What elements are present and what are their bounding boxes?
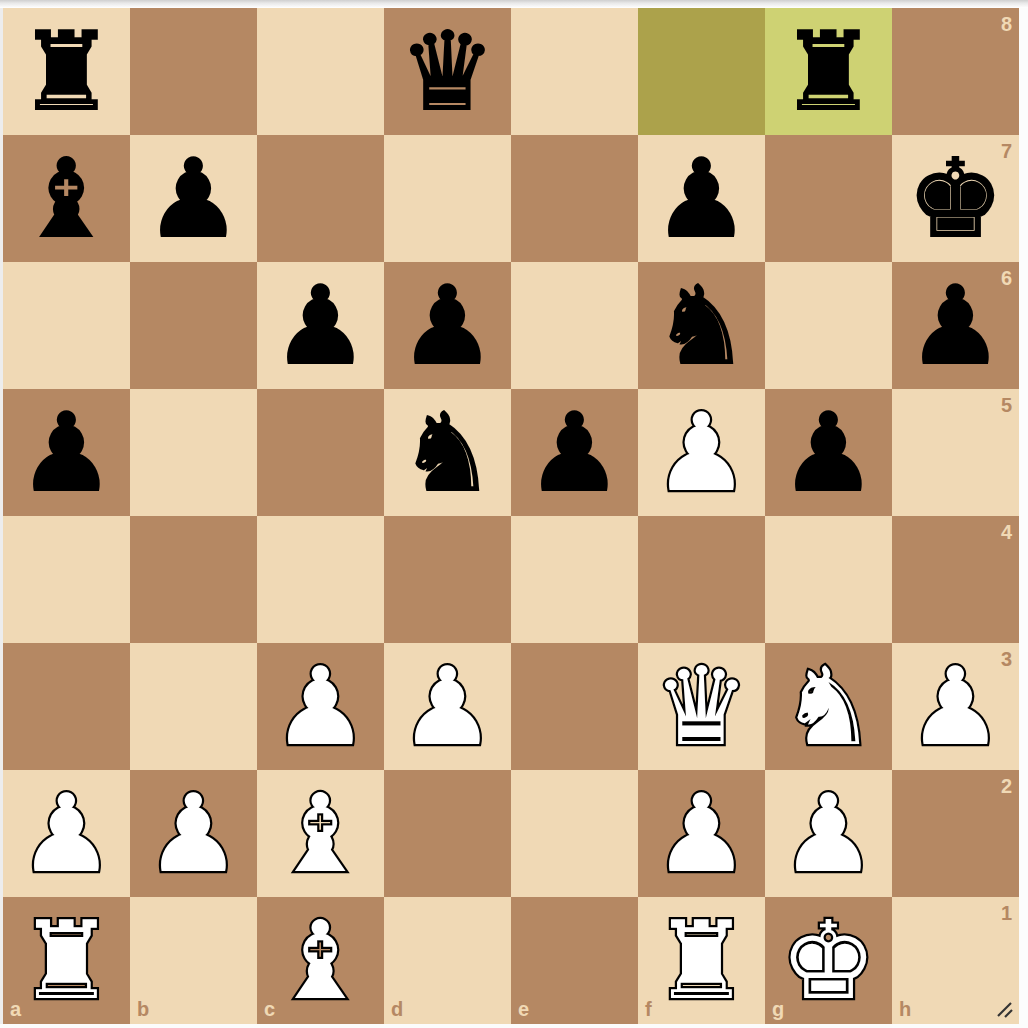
black-pawn[interactable]: ♟ (3, 389, 130, 516)
square-f4[interactable] (638, 516, 765, 643)
page-top-edge-strip (0, 0, 1028, 8)
square-e4[interactable] (511, 516, 638, 643)
square-a8[interactable]: ♜ (3, 8, 130, 135)
square-g3[interactable]: ♞ (765, 643, 892, 770)
square-b8[interactable] (130, 8, 257, 135)
rank-label-8: 8 (1001, 14, 1012, 34)
square-a4[interactable] (3, 516, 130, 643)
black-knight[interactable]: ♞ (638, 262, 765, 389)
square-f7[interactable]: ♟ (638, 135, 765, 262)
square-d1[interactable]: d (384, 897, 511, 1024)
square-c3[interactable]: ♟ (257, 643, 384, 770)
square-h6[interactable]: ♟6 (892, 262, 1019, 389)
square-h5[interactable]: 5 (892, 389, 1019, 516)
square-g5[interactable]: ♟ (765, 389, 892, 516)
square-h8[interactable]: 8 (892, 8, 1019, 135)
rank-label-5: 5 (1001, 395, 1012, 415)
square-h7[interactable]: ♚7 (892, 135, 1019, 262)
square-e7[interactable] (511, 135, 638, 262)
file-label-d: d (391, 999, 403, 1019)
rank-label-1: 1 (1001, 903, 1012, 923)
black-king[interactable]: ♚ (892, 135, 1019, 262)
square-b7[interactable]: ♟ (130, 135, 257, 262)
white-bishop[interactable]: ♝ (257, 897, 384, 1024)
square-e8[interactable] (511, 8, 638, 135)
square-b6[interactable] (130, 262, 257, 389)
square-a5[interactable]: ♟ (3, 389, 130, 516)
square-h1[interactable]: 1h (892, 897, 1019, 1024)
square-c7[interactable] (257, 135, 384, 262)
square-e2[interactable] (511, 770, 638, 897)
square-e5[interactable]: ♟ (511, 389, 638, 516)
rank-label-2: 2 (1001, 776, 1012, 796)
square-f5[interactable]: ♟ (638, 389, 765, 516)
black-pawn[interactable]: ♟ (892, 262, 1019, 389)
square-d5[interactable]: ♞ (384, 389, 511, 516)
square-e1[interactable]: e (511, 897, 638, 1024)
square-d7[interactable] (384, 135, 511, 262)
square-g8[interactable]: ♜ (765, 8, 892, 135)
black-knight[interactable]: ♞ (384, 389, 511, 516)
square-b4[interactable] (130, 516, 257, 643)
square-g4[interactable] (765, 516, 892, 643)
black-pawn[interactable]: ♟ (384, 262, 511, 389)
square-b2[interactable]: ♟ (130, 770, 257, 897)
square-h3[interactable]: ♟3 (892, 643, 1019, 770)
black-rook[interactable]: ♜ (3, 8, 130, 135)
black-bishop[interactable]: ♝ (3, 135, 130, 262)
square-a3[interactable] (3, 643, 130, 770)
square-b1[interactable]: b (130, 897, 257, 1024)
black-pawn[interactable]: ♟ (511, 389, 638, 516)
black-rook[interactable]: ♜ (765, 8, 892, 135)
square-d3[interactable]: ♟ (384, 643, 511, 770)
white-pawn[interactable]: ♟ (892, 643, 1019, 770)
file-label-b: b (137, 999, 149, 1019)
white-pawn[interactable]: ♟ (765, 770, 892, 897)
square-h2[interactable]: 2 (892, 770, 1019, 897)
square-f6[interactable]: ♞ (638, 262, 765, 389)
chess-board: ♜♛♜8♝♟♟♚7♟♟♞♟6♟♞♟♟♟54♟♟♛♞♟3♟♟♝♟♟2♜ab♝cde… (3, 8, 1019, 1024)
white-pawn[interactable]: ♟ (638, 770, 765, 897)
square-c4[interactable] (257, 516, 384, 643)
square-d4[interactable] (384, 516, 511, 643)
file-label-h: h (899, 999, 911, 1019)
file-label-e: e (518, 999, 529, 1019)
square-g1[interactable]: ♚g (765, 897, 892, 1024)
page: ♜♛♜8♝♟♟♚7♟♟♞♟6♟♞♟♟♟54♟♟♛♞♟3♟♟♝♟♟2♜ab♝cde… (0, 0, 1028, 1028)
square-g7[interactable] (765, 135, 892, 262)
square-c2[interactable]: ♝ (257, 770, 384, 897)
white-king[interactable]: ♚ (765, 897, 892, 1024)
square-a1[interactable]: ♜a (3, 897, 130, 1024)
white-pawn[interactable]: ♟ (3, 770, 130, 897)
square-f3[interactable]: ♛ (638, 643, 765, 770)
white-pawn[interactable]: ♟ (384, 643, 511, 770)
square-c5[interactable] (257, 389, 384, 516)
rank-label-4: 4 (1001, 522, 1012, 542)
black-pawn[interactable]: ♟ (765, 389, 892, 516)
black-pawn[interactable]: ♟ (257, 262, 384, 389)
square-d8[interactable]: ♛ (384, 8, 511, 135)
board-resize-handle-icon[interactable] (996, 1001, 1014, 1019)
square-c1[interactable]: ♝c (257, 897, 384, 1024)
white-bishop[interactable]: ♝ (257, 770, 384, 897)
square-d6[interactable]: ♟ (384, 262, 511, 389)
square-e3[interactable] (511, 643, 638, 770)
square-b3[interactable] (130, 643, 257, 770)
white-rook[interactable]: ♜ (3, 897, 130, 1024)
square-b5[interactable] (130, 389, 257, 516)
square-a7[interactable]: ♝ (3, 135, 130, 262)
white-pawn[interactable]: ♟ (638, 389, 765, 516)
white-queen[interactable]: ♛ (638, 643, 765, 770)
white-rook[interactable]: ♜ (638, 897, 765, 1024)
square-g2[interactable]: ♟ (765, 770, 892, 897)
square-c8[interactable] (257, 8, 384, 135)
square-d2[interactable] (384, 770, 511, 897)
square-a6[interactable] (3, 262, 130, 389)
black-pawn[interactable]: ♟ (638, 135, 765, 262)
square-f2[interactable]: ♟ (638, 770, 765, 897)
square-h4[interactable]: 4 (892, 516, 1019, 643)
square-a2[interactable]: ♟ (3, 770, 130, 897)
white-pawn[interactable]: ♟ (130, 770, 257, 897)
black-pawn[interactable]: ♟ (130, 135, 257, 262)
black-queen[interactable]: ♛ (384, 8, 511, 135)
square-f8[interactable] (638, 8, 765, 135)
square-f1[interactable]: ♜f (638, 897, 765, 1024)
square-c6[interactable]: ♟ (257, 262, 384, 389)
white-pawn[interactable]: ♟ (257, 643, 384, 770)
square-g6[interactable] (765, 262, 892, 389)
square-e6[interactable] (511, 262, 638, 389)
white-knight[interactable]: ♞ (765, 643, 892, 770)
